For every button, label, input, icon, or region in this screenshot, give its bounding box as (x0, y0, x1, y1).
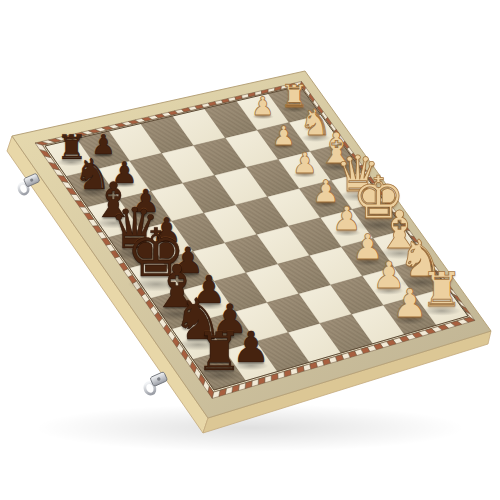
piece-white-pawn-a2[interactable]: ♟ (251, 94, 274, 120)
product-photo: ♜♟♞♟♟♜♝♟♟♞♛♟♟♝♚♟♟♝♛♟♟♞♚♟♟♜♝♟♟♞♟♜ (0, 0, 500, 500)
piece-white-pawn-b2[interactable]: ♟ (272, 122, 296, 149)
piece-white-pawn-h2[interactable]: ♟ (392, 284, 427, 323)
piece-black-rook-h8[interactable]: ♜ (196, 326, 243, 379)
clasp-bottom-left (141, 372, 170, 396)
